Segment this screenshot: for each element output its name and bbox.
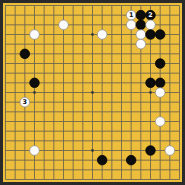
move-number-label: 2: [148, 11, 152, 19]
star-point: [149, 91, 152, 94]
black-stone[interactable]: [97, 155, 107, 165]
black-stone[interactable]: [136, 10, 146, 20]
white-stone[interactable]: [97, 30, 107, 40]
white-stone[interactable]: [155, 88, 165, 98]
white-stone[interactable]: [165, 146, 175, 156]
black-stone[interactable]: [30, 78, 40, 88]
move-number-label: 1: [129, 11, 133, 19]
star-point: [91, 91, 94, 94]
star-point: [33, 91, 36, 94]
white-stone[interactable]: [155, 117, 165, 127]
black-stone[interactable]: [155, 30, 165, 40]
black-stone[interactable]: [136, 20, 146, 30]
black-stone[interactable]: [20, 49, 30, 59]
black-stone[interactable]: [126, 155, 136, 165]
white-stone[interactable]: [136, 39, 146, 49]
white-stone[interactable]: [30, 30, 40, 40]
black-stone[interactable]: [146, 78, 156, 88]
white-stone[interactable]: [136, 30, 146, 40]
black-stone[interactable]: [155, 59, 165, 69]
go-diagram-screenshot: 123: [0, 0, 185, 185]
black-stone[interactable]: [146, 146, 156, 156]
white-stone[interactable]: [59, 20, 69, 30]
white-stone[interactable]: [30, 146, 40, 156]
go-board[interactable]: 123: [0, 0, 185, 185]
white-stone[interactable]: [146, 20, 156, 30]
white-stone[interactable]: [126, 20, 136, 30]
star-point: [91, 33, 94, 36]
black-stone[interactable]: [146, 30, 156, 40]
move-number-label: 3: [23, 98, 27, 106]
star-point: [91, 149, 94, 152]
black-stone[interactable]: [155, 78, 165, 88]
